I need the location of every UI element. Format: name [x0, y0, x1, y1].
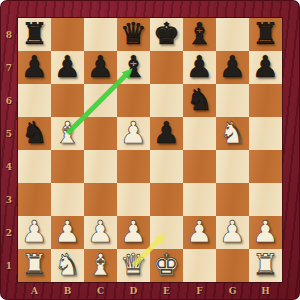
- square-a3[interactable]: [18, 183, 51, 216]
- square-g2[interactable]: ♟: [216, 216, 249, 249]
- file-label-a: A: [18, 282, 51, 300]
- white-rook[interactable]: ♜: [249, 249, 282, 282]
- white-knight[interactable]: ♞: [51, 249, 84, 282]
- square-c6[interactable]: [84, 84, 117, 117]
- square-g1[interactable]: [216, 249, 249, 282]
- square-e7[interactable]: [150, 51, 183, 84]
- white-queen[interactable]: ♛: [117, 249, 150, 282]
- square-f8[interactable]: ♝: [183, 18, 216, 51]
- black-bishop[interactable]: ♝: [117, 51, 150, 84]
- white-rook[interactable]: ♜: [18, 249, 51, 282]
- white-bishop[interactable]: ♝: [51, 117, 84, 150]
- black-bishop[interactable]: ♝: [183, 18, 216, 51]
- file-label-c: C: [84, 282, 117, 300]
- square-c5[interactable]: [84, 117, 117, 150]
- square-f4[interactable]: [183, 150, 216, 183]
- square-e2[interactable]: [150, 216, 183, 249]
- square-b5[interactable]: ♝: [51, 117, 84, 150]
- black-knight[interactable]: ♞: [18, 117, 51, 150]
- white-pawn[interactable]: ♟: [84, 216, 117, 249]
- rank-label-6: 6: [0, 84, 18, 117]
- rank-label-5: 5: [0, 117, 18, 150]
- square-a2[interactable]: ♟: [18, 216, 51, 249]
- black-rook[interactable]: ♜: [249, 18, 282, 51]
- rank-label-7: 7: [0, 51, 18, 84]
- square-f2[interactable]: ♟: [183, 216, 216, 249]
- black-pawn[interactable]: ♟: [150, 117, 183, 150]
- black-pawn[interactable]: ♟: [216, 51, 249, 84]
- file-label-h: H: [249, 282, 282, 300]
- square-e1[interactable]: ♚: [150, 249, 183, 282]
- black-king[interactable]: ♚: [150, 18, 183, 51]
- square-d5[interactable]: ♟: [117, 117, 150, 150]
- rank-label-3: 3: [0, 183, 18, 216]
- square-e4[interactable]: [150, 150, 183, 183]
- rank-label-2: 2: [0, 216, 18, 249]
- white-pawn[interactable]: ♟: [216, 216, 249, 249]
- square-b6[interactable]: [51, 84, 84, 117]
- white-pawn[interactable]: ♟: [51, 216, 84, 249]
- square-h7[interactable]: ♟: [249, 51, 282, 84]
- square-e5[interactable]: ♟: [150, 117, 183, 150]
- square-c4[interactable]: [84, 150, 117, 183]
- square-g6[interactable]: [216, 84, 249, 117]
- square-c2[interactable]: ♟: [84, 216, 117, 249]
- square-b2[interactable]: ♟: [51, 216, 84, 249]
- white-king[interactable]: ♚: [150, 249, 183, 282]
- square-d1[interactable]: ♛: [117, 249, 150, 282]
- square-c3[interactable]: [84, 183, 117, 216]
- black-pawn[interactable]: ♟: [51, 51, 84, 84]
- square-e8[interactable]: ♚: [150, 18, 183, 51]
- square-a1[interactable]: ♜: [18, 249, 51, 282]
- white-pawn[interactable]: ♟: [183, 216, 216, 249]
- square-h5[interactable]: [249, 117, 282, 150]
- square-b1[interactable]: ♞: [51, 249, 84, 282]
- square-d2[interactable]: ♟: [117, 216, 150, 249]
- square-f5[interactable]: [183, 117, 216, 150]
- square-g5[interactable]: ♞: [216, 117, 249, 150]
- square-h4[interactable]: [249, 150, 282, 183]
- file-labels: ABCDEFGH: [18, 282, 282, 300]
- square-f7[interactable]: ♟: [183, 51, 216, 84]
- black-pawn[interactable]: ♟: [249, 51, 282, 84]
- white-pawn[interactable]: ♟: [117, 216, 150, 249]
- file-label-f: F: [183, 282, 216, 300]
- black-pawn[interactable]: ♟: [84, 51, 117, 84]
- file-label-e: E: [150, 282, 183, 300]
- square-c7[interactable]: ♟: [84, 51, 117, 84]
- white-pawn[interactable]: ♟: [117, 117, 150, 150]
- square-b7[interactable]: ♟: [51, 51, 84, 84]
- square-h6[interactable]: [249, 84, 282, 117]
- rank-label-4: 4: [0, 150, 18, 183]
- black-pawn[interactable]: ♟: [18, 51, 51, 84]
- square-f6[interactable]: ♞: [183, 84, 216, 117]
- square-d6[interactable]: [117, 84, 150, 117]
- square-d3[interactable]: [117, 183, 150, 216]
- file-label-g: G: [216, 282, 249, 300]
- black-pawn[interactable]: ♟: [183, 51, 216, 84]
- square-g7[interactable]: ♟: [216, 51, 249, 84]
- white-pawn[interactable]: ♟: [18, 216, 51, 249]
- square-a7[interactable]: ♟: [18, 51, 51, 84]
- square-c1[interactable]: ♝: [84, 249, 117, 282]
- file-label-b: B: [51, 282, 84, 300]
- white-pawn[interactable]: ♟: [249, 216, 282, 249]
- square-a4[interactable]: [18, 150, 51, 183]
- square-g4[interactable]: [216, 150, 249, 183]
- square-h3[interactable]: [249, 183, 282, 216]
- rank-labels: 87654321: [0, 18, 18, 282]
- square-a8[interactable]: ♜: [18, 18, 51, 51]
- black-queen[interactable]: ♛: [117, 18, 150, 51]
- square-f3[interactable]: [183, 183, 216, 216]
- square-b8[interactable]: [51, 18, 84, 51]
- square-a6[interactable]: [18, 84, 51, 117]
- chess-board[interactable]: ♜♛♚♝♜♟♟♟♝♟♟♟♞♞♝♟♟♞♟♟♟♟♟♟♟♜♞♝♛♚♜: [18, 18, 282, 282]
- square-b4[interactable]: [51, 150, 84, 183]
- square-e3[interactable]: [150, 183, 183, 216]
- square-d4[interactable]: [117, 150, 150, 183]
- square-h8[interactable]: ♜: [249, 18, 282, 51]
- rank-label-8: 8: [0, 18, 18, 51]
- square-f1[interactable]: [183, 249, 216, 282]
- chess-board-frame: 87654321 ABCDEFGH ♜♛♚♝♜♟♟♟♝♟♟♟♞♞♝♟♟♞♟♟♟♟…: [0, 0, 300, 300]
- black-knight[interactable]: ♞: [183, 84, 216, 117]
- rank-label-1: 1: [0, 249, 18, 282]
- square-d7[interactable]: ♝: [117, 51, 150, 84]
- square-e6[interactable]: [150, 84, 183, 117]
- white-knight[interactable]: ♞: [216, 117, 249, 150]
- square-d8[interactable]: ♛: [117, 18, 150, 51]
- black-rook[interactable]: ♜: [18, 18, 51, 51]
- square-a5[interactable]: ♞: [18, 117, 51, 150]
- square-g8[interactable]: [216, 18, 249, 51]
- square-b3[interactable]: [51, 183, 84, 216]
- square-g3[interactable]: [216, 183, 249, 216]
- file-label-d: D: [117, 282, 150, 300]
- square-h2[interactable]: ♟: [249, 216, 282, 249]
- square-c8[interactable]: [84, 18, 117, 51]
- white-bishop[interactable]: ♝: [84, 249, 117, 282]
- square-h1[interactable]: ♜: [249, 249, 282, 282]
